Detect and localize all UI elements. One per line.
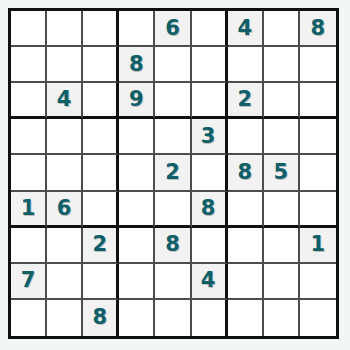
cell-digit: 4 <box>237 18 252 39</box>
sudoku-cell-r1c1[interactable] <box>11 11 47 47</box>
sudoku-cell-r3c4[interactable]: 9 <box>119 83 155 119</box>
sudoku-cell-r4c2[interactable] <box>47 119 83 155</box>
cell-digit: 5 <box>274 162 289 183</box>
sudoku-cell-r4c8[interactable] <box>264 119 300 155</box>
sudoku-cell-r7c4[interactable] <box>119 228 155 264</box>
sudoku-cell-r8c1[interactable]: 7 <box>11 264 47 300</box>
cell-digit: 7 <box>21 270 36 291</box>
cell-digit: 8 <box>129 54 144 75</box>
sudoku-cell-r1c5[interactable]: 6 <box>155 11 191 47</box>
cell-digit: 2 <box>92 234 107 255</box>
sudoku-cell-r5c8[interactable]: 5 <box>264 155 300 191</box>
sudoku-cell-r2c6[interactable] <box>192 47 228 83</box>
cell-digit: 4 <box>57 89 72 110</box>
sudoku-cell-r9c6[interactable] <box>192 300 228 336</box>
sudoku-cell-r7c5[interactable]: 8 <box>155 228 191 264</box>
cell-digit: 3 <box>201 126 216 147</box>
sudoku-cell-r1c6[interactable] <box>192 11 228 47</box>
sudoku-cell-r6c8[interactable] <box>264 192 300 228</box>
cell-digit: 8 <box>165 234 180 255</box>
sudoku-cell-r8c6[interactable]: 4 <box>192 264 228 300</box>
sudoku-cell-r3c8[interactable] <box>264 83 300 119</box>
sudoku-cell-r4c6[interactable]: 3 <box>192 119 228 155</box>
cell-digit: 8 <box>92 307 107 328</box>
sudoku-cell-r2c5[interactable] <box>155 47 191 83</box>
cell-digit: 2 <box>165 162 180 183</box>
sudoku-cell-r7c1[interactable] <box>11 228 47 264</box>
sudoku-cell-r4c9[interactable] <box>300 119 336 155</box>
sudoku-cell-r5c6[interactable] <box>192 155 228 191</box>
sudoku-cell-r8c8[interactable] <box>264 264 300 300</box>
sudoku-cell-r4c4[interactable] <box>119 119 155 155</box>
sudoku-cell-r7c6[interactable] <box>192 228 228 264</box>
sudoku-cell-r6c2[interactable]: 6 <box>47 192 83 228</box>
sudoku-cell-r9c8[interactable] <box>264 300 300 336</box>
sudoku-cell-r3c2[interactable]: 4 <box>47 83 83 119</box>
sudoku-cell-r8c2[interactable] <box>47 264 83 300</box>
sudoku-cell-r7c9[interactable]: 1 <box>300 228 336 264</box>
sudoku-cell-r9c2[interactable] <box>47 300 83 336</box>
sudoku-cell-r6c4[interactable] <box>119 192 155 228</box>
sudoku-cell-r5c2[interactable] <box>47 155 83 191</box>
sudoku-cell-r2c7[interactable] <box>228 47 264 83</box>
sudoku-cell-r3c3[interactable] <box>83 83 119 119</box>
sudoku-cell-r8c7[interactable] <box>228 264 264 300</box>
sudoku-cell-r3c7[interactable]: 2 <box>228 83 264 119</box>
cell-digit: 1 <box>311 234 326 255</box>
sudoku-cell-r3c6[interactable] <box>192 83 228 119</box>
sudoku-cell-r5c4[interactable] <box>119 155 155 191</box>
cell-digit: 1 <box>21 198 36 219</box>
cell-digit: 9 <box>129 89 144 110</box>
sudoku-cell-r4c5[interactable] <box>155 119 191 155</box>
sudoku-cell-r5c9[interactable] <box>300 155 336 191</box>
sudoku-cell-r9c4[interactable] <box>119 300 155 336</box>
cell-digit: 6 <box>57 198 72 219</box>
sudoku-cell-r1c2[interactable] <box>47 11 83 47</box>
sudoku-cell-r5c5[interactable]: 2 <box>155 155 191 191</box>
sudoku-cell-r7c3[interactable]: 2 <box>83 228 119 264</box>
sudoku-cell-r6c7[interactable] <box>228 192 264 228</box>
sudoku-cell-r1c4[interactable] <box>119 11 155 47</box>
sudoku-cell-r6c5[interactable] <box>155 192 191 228</box>
sudoku-board: 64884923285168281748 <box>8 8 339 339</box>
sudoku-cell-r5c1[interactable] <box>11 155 47 191</box>
sudoku-cell-r3c1[interactable] <box>11 83 47 119</box>
sudoku-cell-r6c6[interactable]: 8 <box>192 192 228 228</box>
sudoku-cell-r1c8[interactable] <box>264 11 300 47</box>
sudoku-cell-r2c2[interactable] <box>47 47 83 83</box>
sudoku-cell-r8c3[interactable] <box>83 264 119 300</box>
sudoku-cell-r6c3[interactable] <box>83 192 119 228</box>
sudoku-cell-r9c7[interactable] <box>228 300 264 336</box>
cell-digit: 6 <box>165 18 180 39</box>
cell-digit: 8 <box>237 162 252 183</box>
cell-digit: 4 <box>201 270 216 291</box>
sudoku-cell-r2c9[interactable] <box>300 47 336 83</box>
sudoku-cell-r9c5[interactable] <box>155 300 191 336</box>
sudoku-cell-r3c9[interactable] <box>300 83 336 119</box>
cell-digit: 8 <box>311 18 326 39</box>
sudoku-cell-r1c9[interactable]: 8 <box>300 11 336 47</box>
sudoku-cell-r7c7[interactable] <box>228 228 264 264</box>
sudoku-cell-r9c3[interactable]: 8 <box>83 300 119 336</box>
sudoku-cell-r4c7[interactable] <box>228 119 264 155</box>
cell-digit: 2 <box>237 89 252 110</box>
sudoku-cell-r4c1[interactable] <box>11 119 47 155</box>
sudoku-cell-r8c5[interactable] <box>155 264 191 300</box>
sudoku-cell-r2c1[interactable] <box>11 47 47 83</box>
sudoku-cell-r2c8[interactable] <box>264 47 300 83</box>
sudoku-cell-r2c3[interactable] <box>83 47 119 83</box>
sudoku-cell-r3c5[interactable] <box>155 83 191 119</box>
sudoku-cell-r5c3[interactable] <box>83 155 119 191</box>
sudoku-cell-r4c3[interactable] <box>83 119 119 155</box>
cell-digit: 8 <box>201 198 216 219</box>
sudoku-cell-r1c3[interactable] <box>83 11 119 47</box>
sudoku-cell-r9c1[interactable] <box>11 300 47 336</box>
sudoku-cell-r6c1[interactable]: 1 <box>11 192 47 228</box>
sudoku-cell-r2c4[interactable]: 8 <box>119 47 155 83</box>
sudoku-cell-r6c9[interactable] <box>300 192 336 228</box>
sudoku-cell-r9c9[interactable] <box>300 300 336 336</box>
sudoku-cell-r1c7[interactable]: 4 <box>228 11 264 47</box>
sudoku-cell-r8c9[interactable] <box>300 264 336 300</box>
sudoku-cell-r7c2[interactable] <box>47 228 83 264</box>
sudoku-cell-r7c8[interactable] <box>264 228 300 264</box>
sudoku-cell-r5c7[interactable]: 8 <box>228 155 264 191</box>
sudoku-cell-r8c4[interactable] <box>119 264 155 300</box>
